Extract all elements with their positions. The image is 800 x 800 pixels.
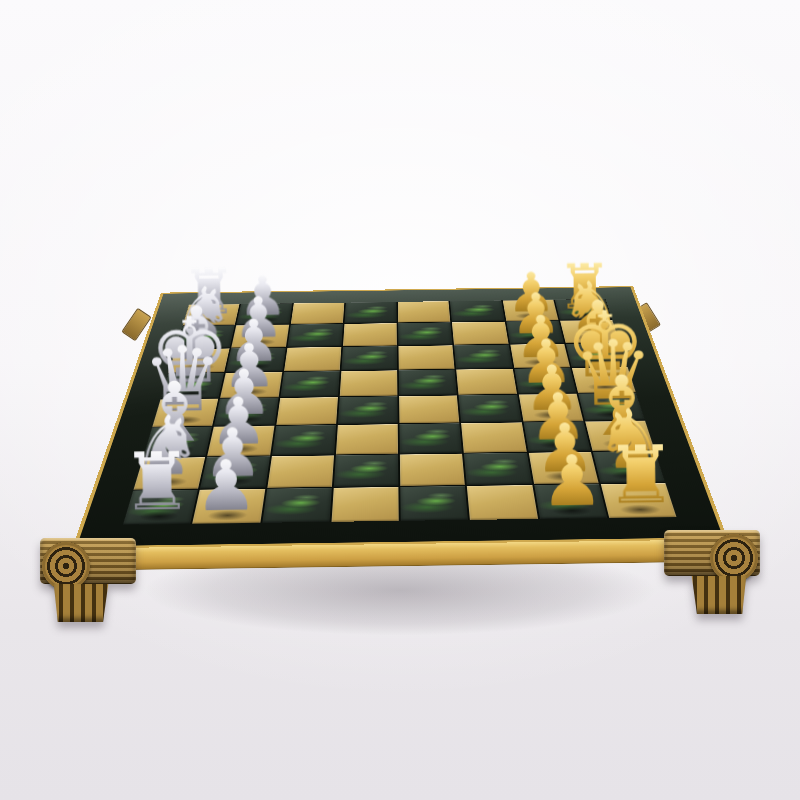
square-d6[interactable] — [459, 395, 522, 423]
square-a6[interactable] — [467, 485, 538, 520]
square-a1[interactable]: ♜ — [123, 490, 198, 525]
chess-board: ♜♟♟♜♞♟♟♞♝♟♟♝♚♟♟♚♛♟♟♛♝♟♟♝♞♟♟♞♜♟♟♜ — [72, 286, 728, 549]
square-a3[interactable] — [262, 488, 332, 523]
square-b5[interactable] — [400, 453, 465, 485]
rook-icon: ♜ — [605, 435, 678, 516]
square-b3[interactable] — [267, 455, 334, 487]
foot-fluted-base — [52, 584, 110, 622]
board-grid: ♜♟♟♜♞♟♟♞♝♟♟♝♚♟♟♚♛♟♟♛♝♟♟♝♞♟♟♞♜♟♟♜ — [123, 299, 676, 525]
board-front-edge — [73, 537, 727, 570]
white-rook[interactable]: ♜ — [121, 442, 194, 523]
square-e4[interactable] — [339, 370, 397, 396]
square-g4[interactable] — [343, 323, 397, 346]
square-h5[interactable] — [398, 301, 451, 322]
foot-volute-spiral — [42, 542, 90, 590]
square-h6[interactable] — [450, 300, 504, 321]
square-a7[interactable]: ♟ — [534, 484, 607, 519]
square-a8[interactable]: ♜ — [601, 483, 677, 518]
square-c5[interactable] — [399, 423, 462, 453]
square-b6[interactable] — [464, 453, 532, 485]
square-h3[interactable] — [290, 303, 344, 324]
square-a4[interactable] — [331, 487, 398, 522]
square-d3[interactable] — [276, 397, 338, 425]
square-b4[interactable] — [334, 454, 399, 486]
square-g6[interactable] — [452, 322, 508, 345]
square-f5[interactable] — [398, 345, 454, 369]
pawn-icon: ♟ — [194, 450, 258, 521]
black-pawn[interactable]: ♟ — [540, 446, 604, 517]
square-c4[interactable] — [336, 424, 398, 454]
square-e5[interactable] — [399, 369, 457, 395]
square-a2[interactable]: ♟ — [192, 489, 264, 524]
chessboard-scene: ♜♟♟♜♞♟♟♞♝♟♟♝♚♟♟♚♛♟♟♛♝♟♟♝♞♟♟♞♜♟♟♜ — [0, 0, 800, 800]
rook-icon: ♜ — [121, 442, 194, 523]
black-rook[interactable]: ♜ — [605, 435, 678, 516]
white-pawn[interactable]: ♟ — [194, 450, 258, 521]
square-f6[interactable] — [454, 344, 512, 368]
corner-foot-front-right — [664, 524, 760, 616]
square-a5[interactable] — [400, 486, 468, 521]
square-f3[interactable] — [284, 347, 342, 371]
square-e6[interactable] — [456, 369, 516, 395]
square-d5[interactable] — [399, 395, 459, 423]
corner-foot-front-left — [40, 532, 136, 624]
square-d4[interactable] — [338, 396, 398, 424]
square-e3[interactable] — [280, 371, 340, 397]
square-g3[interactable] — [287, 324, 343, 347]
foot-fluted-base — [690, 576, 748, 614]
square-c6[interactable] — [461, 423, 526, 453]
square-c3[interactable] — [272, 425, 336, 455]
square-f4[interactable] — [341, 346, 397, 370]
foot-volute-spiral — [710, 534, 758, 582]
pawn-icon: ♟ — [540, 446, 604, 517]
square-g5[interactable] — [398, 322, 452, 345]
square-h4[interactable] — [344, 302, 396, 323]
